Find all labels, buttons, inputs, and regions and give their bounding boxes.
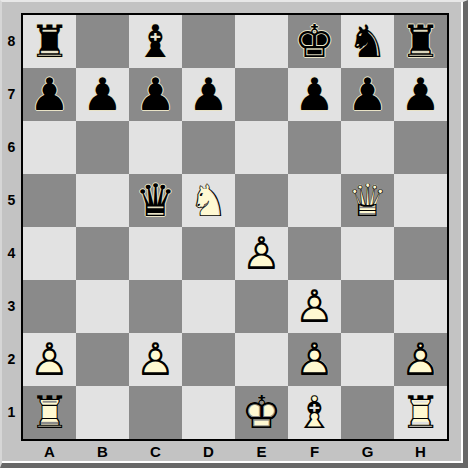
rank-label-5: 5 xyxy=(2,174,21,227)
square-g4[interactable] xyxy=(341,227,394,280)
square-a4[interactable] xyxy=(23,227,76,280)
knight-outline-glyph: ♘ xyxy=(182,174,235,227)
square-c5[interactable]: ♛ xyxy=(129,174,182,227)
pawn-outline-glyph: ♙ xyxy=(288,280,341,333)
pawn-outline-glyph: ♙ xyxy=(129,333,182,386)
square-e7[interactable] xyxy=(235,68,288,121)
square-d5[interactable]: ♞♘ xyxy=(182,174,235,227)
square-d7[interactable]: ♟ xyxy=(182,68,235,121)
piece-white-queen[interactable]: ♛♕ xyxy=(341,174,394,227)
queen-outline-glyph: ♕ xyxy=(341,174,394,227)
piece-white-pawn[interactable]: ♟♙ xyxy=(235,227,288,280)
rank-label-8: 8 xyxy=(2,15,21,68)
square-b2[interactable] xyxy=(76,333,129,386)
square-c4[interactable] xyxy=(129,227,182,280)
square-c3[interactable] xyxy=(129,280,182,333)
piece-black-pawn[interactable]: ♟ xyxy=(23,68,76,121)
file-label-d: D xyxy=(182,442,235,463)
square-c2[interactable]: ♟♙ xyxy=(129,333,182,386)
square-b7[interactable]: ♟ xyxy=(76,68,129,121)
square-c6[interactable] xyxy=(129,121,182,174)
piece-white-pawn[interactable]: ♟♙ xyxy=(288,280,341,333)
square-d1[interactable] xyxy=(182,386,235,439)
square-f7[interactable]: ♟ xyxy=(288,68,341,121)
square-g7[interactable]: ♟ xyxy=(341,68,394,121)
square-b1[interactable] xyxy=(76,386,129,439)
piece-white-rook[interactable]: ♜♖ xyxy=(394,386,447,439)
square-d8[interactable] xyxy=(182,15,235,68)
square-d4[interactable] xyxy=(182,227,235,280)
rook-outline-glyph: ♖ xyxy=(394,386,447,439)
square-g6[interactable] xyxy=(341,121,394,174)
square-b8[interactable] xyxy=(76,15,129,68)
file-label-f: F xyxy=(288,442,341,463)
file-label-b: B xyxy=(76,442,129,463)
square-e8[interactable] xyxy=(235,15,288,68)
square-b3[interactable] xyxy=(76,280,129,333)
piece-white-pawn[interactable]: ♟♙ xyxy=(23,333,76,386)
square-b4[interactable] xyxy=(76,227,129,280)
square-h2[interactable]: ♟♙ xyxy=(394,333,447,386)
piece-black-rook[interactable]: ♜ xyxy=(394,15,447,68)
square-g1[interactable] xyxy=(341,386,394,439)
square-f8[interactable]: ♚ xyxy=(288,15,341,68)
square-g3[interactable] xyxy=(341,280,394,333)
file-label-c: C xyxy=(129,442,182,463)
square-c1[interactable] xyxy=(129,386,182,439)
square-e4[interactable]: ♟♙ xyxy=(235,227,288,280)
square-a3[interactable] xyxy=(23,280,76,333)
square-h1[interactable]: ♜♖ xyxy=(394,386,447,439)
king-outline-glyph: ♔ xyxy=(235,386,288,439)
piece-black-pawn[interactable]: ♟ xyxy=(341,68,394,121)
piece-black-queen[interactable]: ♛ xyxy=(129,174,182,227)
square-a7[interactable]: ♟ xyxy=(23,68,76,121)
pawn-outline-glyph: ♙ xyxy=(23,333,76,386)
pawn-outline-glyph: ♙ xyxy=(288,333,341,386)
piece-black-pawn[interactable]: ♟ xyxy=(129,68,182,121)
square-c7[interactable]: ♟ xyxy=(129,68,182,121)
piece-black-knight[interactable]: ♞ xyxy=(341,15,394,68)
piece-black-pawn[interactable]: ♟ xyxy=(182,68,235,121)
file-label-a: A xyxy=(23,442,76,463)
square-f5[interactable] xyxy=(288,174,341,227)
square-h8[interactable]: ♜ xyxy=(394,15,447,68)
square-e5[interactable] xyxy=(235,174,288,227)
chess-board-frame: 87654321 ♜♝♚♞♜♟♟♟♟♟♟♟♛♞♘♛♕♟♙♟♙♟♙♟♙♟♙♟♙♜♖… xyxy=(0,0,468,468)
rank-labels: 87654321 xyxy=(2,15,21,439)
square-g5[interactable]: ♛♕ xyxy=(341,174,394,227)
file-label-e: E xyxy=(235,442,288,463)
piece-white-knight[interactable]: ♞♘ xyxy=(182,174,235,227)
square-b5[interactable] xyxy=(76,174,129,227)
piece-white-rook[interactable]: ♜♖ xyxy=(23,386,76,439)
square-f6[interactable] xyxy=(288,121,341,174)
piece-black-rook[interactable]: ♜ xyxy=(23,15,76,68)
square-f1[interactable]: ♝♗ xyxy=(288,386,341,439)
piece-black-pawn[interactable]: ♟ xyxy=(76,68,129,121)
square-c8[interactable]: ♝ xyxy=(129,15,182,68)
pawn-outline-glyph: ♙ xyxy=(394,333,447,386)
square-d6[interactable] xyxy=(182,121,235,174)
rank-label-1: 1 xyxy=(2,386,21,439)
file-labels: ABCDEFGH xyxy=(23,442,447,463)
square-a6[interactable] xyxy=(23,121,76,174)
square-a1[interactable]: ♜♖ xyxy=(23,386,76,439)
bishop-outline-glyph: ♗ xyxy=(288,386,341,439)
square-d2[interactable] xyxy=(182,333,235,386)
square-h6[interactable] xyxy=(394,121,447,174)
rank-label-4: 4 xyxy=(2,227,21,280)
square-f4[interactable] xyxy=(288,227,341,280)
rank-label-2: 2 xyxy=(2,333,21,386)
square-h7[interactable]: ♟ xyxy=(394,68,447,121)
chess-board: ♜♝♚♞♜♟♟♟♟♟♟♟♛♞♘♛♕♟♙♟♙♟♙♟♙♟♙♟♙♜♖♚♔♝♗♜♖ xyxy=(21,13,449,441)
piece-black-pawn[interactable]: ♟ xyxy=(288,68,341,121)
piece-black-pawn[interactable]: ♟ xyxy=(394,68,447,121)
piece-black-king[interactable]: ♚ xyxy=(288,15,341,68)
square-g2[interactable] xyxy=(341,333,394,386)
square-d3[interactable] xyxy=(182,280,235,333)
piece-white-pawn[interactable]: ♟♙ xyxy=(129,333,182,386)
square-e2[interactable] xyxy=(235,333,288,386)
rank-label-3: 3 xyxy=(2,280,21,333)
square-e1[interactable]: ♚♔ xyxy=(235,386,288,439)
piece-white-bishop[interactable]: ♝♗ xyxy=(288,386,341,439)
square-h5[interactable] xyxy=(394,174,447,227)
square-f2[interactable]: ♟♙ xyxy=(288,333,341,386)
pawn-outline-glyph: ♙ xyxy=(235,227,288,280)
square-f3[interactable]: ♟♙ xyxy=(288,280,341,333)
square-a5[interactable] xyxy=(23,174,76,227)
square-b6[interactable] xyxy=(76,121,129,174)
square-g8[interactable]: ♞ xyxy=(341,15,394,68)
piece-white-pawn[interactable]: ♟♙ xyxy=(288,333,341,386)
rank-label-6: 6 xyxy=(2,121,21,174)
piece-black-bishop[interactable]: ♝ xyxy=(129,15,182,68)
piece-white-king[interactable]: ♚♔ xyxy=(235,386,288,439)
rank-label-7: 7 xyxy=(2,68,21,121)
square-e6[interactable] xyxy=(235,121,288,174)
file-label-g: G xyxy=(341,442,394,463)
square-e3[interactable] xyxy=(235,280,288,333)
rook-outline-glyph: ♖ xyxy=(23,386,76,439)
square-a2[interactable]: ♟♙ xyxy=(23,333,76,386)
file-label-h: H xyxy=(394,442,447,463)
square-a8[interactable]: ♜ xyxy=(23,15,76,68)
piece-white-pawn[interactable]: ♟♙ xyxy=(394,333,447,386)
square-h3[interactable] xyxy=(394,280,447,333)
square-h4[interactable] xyxy=(394,227,447,280)
